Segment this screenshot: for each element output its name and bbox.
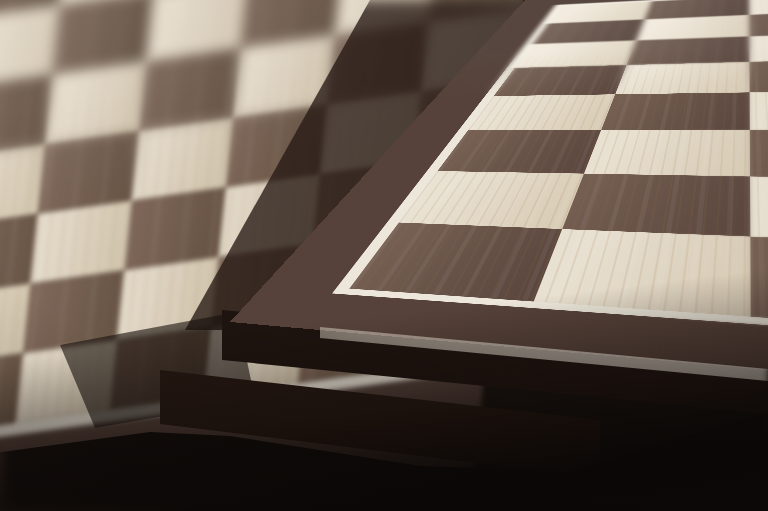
board-square [615, 62, 749, 94]
board-square [437, 130, 601, 174]
board-square [627, 36, 750, 65]
board-square [749, 10, 768, 36]
board-square [749, 32, 768, 62]
board-square [399, 171, 584, 229]
board-square [468, 94, 615, 129]
board-square [750, 176, 768, 245]
board-square [601, 92, 750, 129]
board-square [494, 65, 627, 96]
board-square [750, 130, 768, 180]
board-square [750, 90, 768, 129]
board-square [534, 229, 751, 317]
board-square [749, 58, 768, 92]
board-square [750, 237, 768, 335]
board-square [562, 174, 750, 237]
chessboards-photo [0, 0, 768, 511]
board-square [584, 130, 750, 177]
board-square [749, 0, 768, 15]
board-square [349, 223, 562, 302]
board-square [515, 40, 637, 68]
